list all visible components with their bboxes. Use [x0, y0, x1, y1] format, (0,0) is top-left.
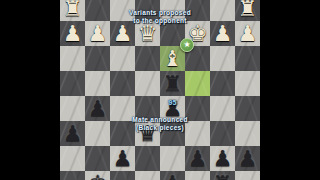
black-pawn[interactable]: ♟ [185, 146, 210, 171]
square-e7[interactable] [135, 146, 160, 171]
square-e8[interactable] [135, 171, 160, 180]
bottom-banner-line2: (Black pieces) [60, 124, 260, 132]
chess-app-frame: ♜♜♟♟♟♛♚♟♟♝♜♟♟♟♛♟♟♟♟♚♝♜ Variants proposed… [0, 0, 320, 180]
black-rook[interactable]: ♜ [160, 71, 185, 96]
square-c8[interactable] [185, 171, 210, 180]
square-a7[interactable]: ♟ [235, 146, 260, 171]
square-c7[interactable]: ♟ [185, 146, 210, 171]
square-c4[interactable] [185, 71, 210, 96]
square-a8[interactable] [235, 171, 260, 180]
black-rook[interactable]: ♜ [210, 171, 235, 180]
square-e3[interactable] [135, 46, 160, 71]
bottom-banner-line1: Mate announced [60, 116, 260, 124]
square-e4[interactable] [135, 71, 160, 96]
square-f7[interactable]: ♟ [110, 146, 135, 171]
square-a4[interactable] [235, 71, 260, 96]
square-b4[interactable] [210, 71, 235, 96]
square-f4[interactable] [110, 71, 135, 96]
square-h4[interactable] [60, 71, 85, 96]
black-bishop[interactable]: ♝ [160, 171, 185, 180]
score-label: 95 [160, 99, 185, 107]
square-g7[interactable] [85, 146, 110, 171]
black-king[interactable]: ♚ [85, 171, 110, 180]
top-banner-line1: Variants proposed [60, 9, 260, 17]
square-b3[interactable] [210, 46, 235, 71]
square-g4[interactable] [85, 71, 110, 96]
square-h7[interactable] [60, 146, 85, 171]
top-banner: Variants proposed to the opponent [60, 9, 260, 25]
letterbox-right [260, 0, 320, 180]
star-icon: ★ [183, 41, 190, 49]
square-d4[interactable]: ♜ [160, 71, 185, 96]
square-a3[interactable] [235, 46, 260, 71]
black-pawn[interactable]: ♟ [110, 146, 135, 171]
square-h3[interactable] [60, 46, 85, 71]
bottom-banner: Mate announced (Black pieces) [60, 116, 260, 132]
square-g8[interactable]: ♚ [85, 171, 110, 180]
letterbox-left [0, 0, 60, 180]
square-d7[interactable] [160, 146, 185, 171]
square-f8[interactable] [110, 171, 135, 180]
square-b8[interactable]: ♜ [210, 171, 235, 180]
square-b7[interactable]: ♟ [210, 146, 235, 171]
chess-board: ♜♜♟♟♟♛♚♟♟♝♜♟♟♟♛♟♟♟♟♚♝♜ [60, 0, 260, 180]
black-pawn[interactable]: ♟ [210, 146, 235, 171]
best-move-star-badge: ★ [180, 38, 194, 52]
black-pawn[interactable]: ♟ [235, 146, 260, 171]
square-h8[interactable] [60, 171, 85, 180]
square-g3[interactable] [85, 46, 110, 71]
top-banner-line2: to the opponent [60, 17, 260, 25]
square-d8[interactable]: ♝ [160, 171, 185, 180]
square-f3[interactable] [110, 46, 135, 71]
